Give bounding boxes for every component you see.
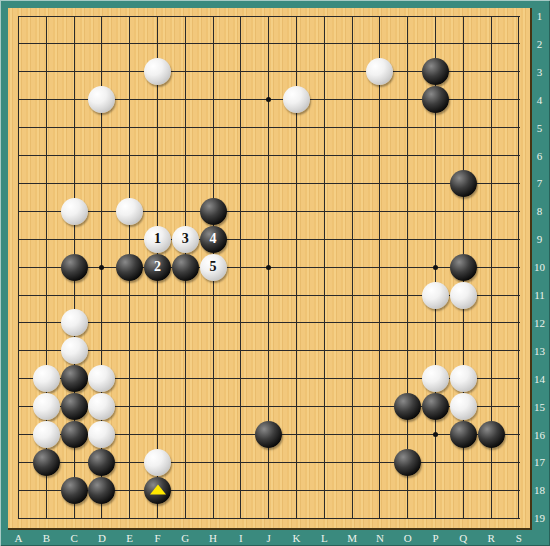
- row-label-1: 1: [530, 9, 549, 23]
- move-number-label: 5: [210, 260, 217, 274]
- white-stone-P11[interactable]: [422, 282, 449, 309]
- black-stone-C14[interactable]: [61, 365, 88, 392]
- white-stone-C8[interactable]: [61, 198, 88, 225]
- white-stone-Q14[interactable]: [450, 365, 477, 392]
- column-label-S: S: [509, 531, 529, 545]
- white-stone-P14[interactable]: [422, 365, 449, 392]
- black-stone-Q7[interactable]: [450, 170, 477, 197]
- star-point: [266, 97, 271, 102]
- white-stone-D16[interactable]: [88, 421, 115, 448]
- row-label-13: 13: [530, 344, 549, 358]
- black-stone-C18[interactable]: [61, 477, 88, 504]
- row-label-5: 5: [530, 121, 549, 135]
- column-label-D: D: [92, 531, 112, 545]
- row-label-18: 18: [530, 483, 549, 497]
- white-stone-D4[interactable]: [88, 86, 115, 113]
- black-stone-Q10[interactable]: [450, 254, 477, 281]
- row-label-14: 14: [530, 372, 549, 386]
- black-stone-B17[interactable]: [33, 449, 60, 476]
- row-label-8: 8: [530, 204, 549, 218]
- black-stone-O17[interactable]: [394, 449, 421, 476]
- black-stone-H9[interactable]: 4: [200, 226, 227, 253]
- grid-line-horizontal: [19, 155, 520, 156]
- move-number-label: 3: [182, 232, 189, 246]
- grid-line-vertical: [407, 16, 408, 519]
- move-number-label: 1: [154, 232, 161, 246]
- column-label-K: K: [287, 531, 307, 545]
- black-stone-F18[interactable]: [144, 477, 171, 504]
- column-label-P: P: [426, 531, 446, 545]
- white-stone-K4[interactable]: [283, 86, 310, 113]
- black-stone-J16[interactable]: [255, 421, 282, 448]
- white-stone-C12[interactable]: [61, 309, 88, 336]
- white-stone-B16[interactable]: [33, 421, 60, 448]
- column-label-A: A: [9, 531, 29, 545]
- column-label-F: F: [148, 531, 168, 545]
- column-label-L: L: [314, 531, 334, 545]
- move-number-label: 4: [210, 232, 217, 246]
- black-stone-D17[interactable]: [88, 449, 115, 476]
- grid-line-horizontal: [19, 127, 520, 128]
- go-board[interactable]: 13425: [8, 8, 532, 530]
- grid-line-vertical: [379, 16, 380, 519]
- column-label-C: C: [64, 531, 84, 545]
- white-stone-G9[interactable]: 3: [172, 226, 199, 253]
- grid-line-vertical: [518, 16, 519, 519]
- white-stone-F17[interactable]: [144, 449, 171, 476]
- column-label-I: I: [231, 531, 251, 545]
- black-stone-H8[interactable]: [200, 198, 227, 225]
- column-label-E: E: [120, 531, 140, 545]
- white-stone-F9[interactable]: 1: [144, 226, 171, 253]
- star-point: [433, 432, 438, 437]
- white-stone-H10[interactable]: 5: [200, 254, 227, 281]
- row-label-6: 6: [530, 149, 549, 163]
- grid-line-vertical: [324, 16, 325, 519]
- triangle-marker-icon: [150, 485, 166, 495]
- white-stone-Q11[interactable]: [450, 282, 477, 309]
- row-label-16: 16: [530, 428, 549, 442]
- column-label-O: O: [398, 531, 418, 545]
- row-label-19: 19: [530, 511, 549, 525]
- column-label-M: M: [342, 531, 362, 545]
- column-label-G: G: [175, 531, 195, 545]
- black-stone-F10[interactable]: 2: [144, 254, 171, 281]
- row-label-3: 3: [530, 65, 549, 79]
- grid-line-horizontal: [19, 350, 520, 351]
- column-label-H: H: [203, 531, 223, 545]
- white-stone-Q15[interactable]: [450, 393, 477, 420]
- white-stone-D14[interactable]: [88, 365, 115, 392]
- black-stone-G10[interactable]: [172, 254, 199, 281]
- star-point: [266, 265, 271, 270]
- black-stone-C16[interactable]: [61, 421, 88, 448]
- white-stone-F3[interactable]: [144, 58, 171, 85]
- grid-line-horizontal: [19, 518, 520, 519]
- row-label-11: 11: [530, 288, 549, 302]
- row-label-7: 7: [530, 176, 549, 190]
- black-stone-D18[interactable]: [88, 477, 115, 504]
- grid-line-vertical: [240, 16, 241, 519]
- star-point: [433, 265, 438, 270]
- column-label-N: N: [370, 531, 390, 545]
- black-stone-P4[interactable]: [422, 86, 449, 113]
- row-label-4: 4: [530, 93, 549, 107]
- grid-line-horizontal: [19, 239, 520, 240]
- column-label-R: R: [481, 531, 501, 545]
- move-number-label: 2: [154, 260, 161, 274]
- row-label-2: 2: [530, 37, 549, 51]
- row-label-9: 9: [530, 232, 549, 246]
- star-point: [99, 265, 104, 270]
- white-stone-D15[interactable]: [88, 393, 115, 420]
- grid-line-horizontal: [19, 211, 520, 212]
- black-stone-C10[interactable]: [61, 254, 88, 281]
- row-label-15: 15: [530, 400, 549, 414]
- white-stone-C13[interactable]: [61, 337, 88, 364]
- grid-line-horizontal: [19, 322, 520, 323]
- row-label-10: 10: [530, 260, 549, 274]
- column-label-J: J: [259, 531, 279, 545]
- black-stone-R16[interactable]: [478, 421, 505, 448]
- column-label-Q: Q: [453, 531, 473, 545]
- grid-line-horizontal: [19, 43, 520, 44]
- black-stone-Q16[interactable]: [450, 421, 477, 448]
- black-stone-C15[interactable]: [61, 393, 88, 420]
- black-stone-E10[interactable]: [116, 254, 143, 281]
- white-stone-E8[interactable]: [116, 198, 143, 225]
- row-label-17: 17: [530, 455, 549, 469]
- column-label-B: B: [36, 531, 56, 545]
- black-stone-P15[interactable]: [422, 393, 449, 420]
- white-stone-B14[interactable]: [33, 365, 60, 392]
- black-stone-P3[interactable]: [422, 58, 449, 85]
- black-stone-O15[interactable]: [394, 393, 421, 420]
- grid-line-horizontal: [19, 16, 520, 17]
- white-stone-B15[interactable]: [33, 393, 60, 420]
- grid-line-vertical: [18, 16, 19, 519]
- white-stone-N3[interactable]: [366, 58, 393, 85]
- grid-line-horizontal: [19, 183, 520, 184]
- go-app-window: 13425 ABCDEFGHIJKLMNOPQRS123456789101112…: [0, 0, 550, 546]
- grid-line-vertical: [352, 16, 353, 519]
- row-label-12: 12: [530, 316, 549, 330]
